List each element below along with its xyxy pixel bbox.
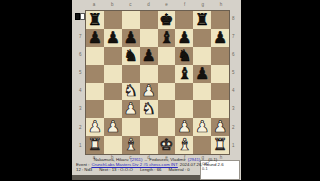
game-result: (0-1) [208,157,217,162]
square-e1: ♚ [158,136,176,154]
coord-label: 5 [232,64,235,82]
coord-label: e [158,3,176,8]
square-h7: ♟ [211,29,229,47]
square-c5 [122,65,140,83]
next-move: Next : 13 : O-O-O [99,167,133,172]
square-g8: ♜ [193,11,211,29]
black-rook: ♜ [88,12,102,28]
square-g7 [193,29,211,47]
black-rook: ♜ [195,12,209,28]
square-e8: ♚ [158,11,176,29]
coord-label: 2 [232,119,235,137]
square-d7 [140,29,158,47]
white-bishop: ♝ [124,137,138,153]
square-f6: ♞ [175,47,193,65]
coord-label: 5 [79,64,82,82]
square-a1: ♜ [86,136,104,154]
white-pawn: ♟ [88,119,102,135]
square-d6: ♟ [140,47,158,65]
square-g6 [193,47,211,65]
coord-label: b [103,3,121,8]
square-b1 [104,136,122,154]
square-d4: ♟ [140,83,158,101]
white-player-rating: (2911) [130,157,142,162]
board: ♜♚♜♟♟♟♝♟♟♞♟♞♝♟♞♟♟♞♟♟♟♟♟♜♝♚♝♜ [85,10,230,155]
current-move: 12 : Nd3 [76,167,92,172]
coord-label: g [194,3,212,8]
square-a2: ♟ [86,118,104,136]
white-rook: ♜ [88,137,102,153]
square-d1 [140,136,158,154]
coord-label: 4 [232,83,235,101]
square-f4 [175,83,193,101]
white-pawn: ♟ [141,83,155,99]
square-b3 [104,100,122,118]
black-pawn: ♟ [106,30,120,46]
square-b8 [104,11,122,29]
square-h6 [211,47,229,65]
game-length: Length : 66 [140,167,162,172]
coord-label: 1 [232,137,235,155]
black-pawn: ♟ [195,66,209,82]
chess-analysis-page: abcdefgh abcdefgh 87654321 87654321 ♜♚♜♟… [72,0,241,180]
square-a3 [86,100,104,118]
black-knight: ♞ [177,48,191,64]
square-a6 [86,47,104,65]
coord-label: a [85,3,103,8]
coord-label: 7 [232,28,235,46]
coord-label: 2 [79,119,82,137]
coord-label: 7 [79,28,82,46]
black-pawn: ♟ [177,30,191,46]
black-pawn: ♟ [88,30,102,46]
file-labels-top: abcdefgh [85,3,230,8]
square-b5 [104,65,122,83]
square-g1 [193,136,211,154]
square-c1: ♝ [122,136,140,154]
square-f5: ♝ [175,65,193,83]
square-e7: ♝ [158,29,176,47]
black-player-rating: (2941) [188,157,200,162]
white-pawn: ♟ [124,101,138,117]
square-c6: ♞ [122,47,140,65]
rank-labels-left: 87654321 [79,10,82,155]
white-knight: ♞ [141,101,155,117]
coord-label: 1 [79,137,82,155]
square-g5: ♟ [193,65,211,83]
black-pawn: ♟ [141,48,155,64]
coord-label: 3 [232,101,235,119]
black-king: ♚ [159,12,173,28]
square-b2: ♟ [104,118,122,136]
square-a7: ♟ [86,29,104,47]
square-e5 [158,65,176,83]
footer-shadow-strip [72,175,200,181]
coord-label: 6 [232,46,235,64]
square-e6 [158,47,176,65]
square-h2: ♟ [211,118,229,136]
white-knight: ♞ [124,83,138,99]
coord-label: h [212,3,230,8]
white-pawn: ♟ [213,119,227,135]
move-status-line: 12 : Nd3Next : 13 : O-O-OLength : 66Mate… [76,168,197,173]
players-separator: -- [144,157,147,162]
side-to-move-indicator [75,13,85,20]
square-d5 [140,65,158,83]
white-bishop: ♝ [177,137,191,153]
square-b7: ♟ [104,29,122,47]
black-bishop: ♝ [177,66,191,82]
white-rook: ♜ [213,137,227,153]
square-d8 [140,11,158,29]
white-player-name: Nakamura, Hikaru [94,157,129,162]
coord-label: 3 [79,101,82,119]
square-h5 [211,65,229,83]
square-c7: ♟ [122,29,140,47]
coord-label: f [176,3,194,8]
square-h3 [211,100,229,118]
black-pawn: ♟ [124,30,138,46]
coord-label: d [139,3,157,8]
black-bishop: ♝ [159,30,173,46]
video-frame: abcdefgh abcdefgh 87654321 87654321 ♜♚♜♟… [0,0,320,180]
square-h4 [211,83,229,101]
square-a4 [86,83,104,101]
white-pawn: ♟ [177,119,191,135]
square-f2: ♟ [175,118,193,136]
square-c8 [122,11,140,29]
square-c3: ♟ [122,100,140,118]
black-player-name: Fedoseev, Vladimir [149,157,185,162]
square-f1: ♝ [175,136,193,154]
square-c4: ♞ [122,83,140,101]
square-e3 [158,100,176,118]
square-b6 [104,47,122,65]
white-pawn: ♟ [195,119,209,135]
square-e2 [158,118,176,136]
square-g4 [193,83,211,101]
square-a5 [86,65,104,83]
coord-label: 4 [79,83,82,101]
square-h8 [211,11,229,29]
square-h1: ♜ [211,136,229,154]
coord-label: 8 [232,10,235,28]
square-g3 [193,100,211,118]
square-d2 [140,118,158,136]
black-knight: ♞ [124,48,138,64]
rank-labels-right: 87654321 [232,10,235,155]
white-king: ♚ [159,137,173,153]
material-balance: Material : 0 [168,167,189,172]
square-b4 [104,83,122,101]
square-c2 [122,118,140,136]
coord-label: c [121,3,139,8]
black-pawn: ♟ [213,30,227,46]
square-f7: ♟ [175,29,193,47]
square-e4 [158,83,176,101]
square-g2: ♟ [193,118,211,136]
square-d3: ♞ [140,100,158,118]
coord-label: 6 [79,46,82,64]
square-f8 [175,11,193,29]
square-a8: ♜ [86,11,104,29]
white-pawn: ♟ [106,119,120,135]
square-f3 [175,100,193,118]
